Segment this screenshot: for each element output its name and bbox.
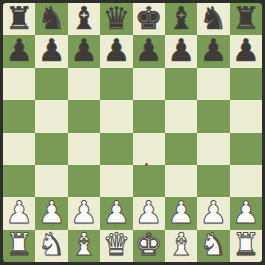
square-h7[interactable]: ♟ bbox=[230, 35, 262, 67]
square-b7[interactable]: ♟ bbox=[35, 35, 67, 67]
piece-white-knight[interactable]: ♞ bbox=[200, 229, 228, 260]
square-h1[interactable]: ♜ bbox=[230, 230, 262, 262]
square-a5[interactable] bbox=[3, 100, 35, 132]
square-e8[interactable]: ♚ bbox=[133, 3, 165, 35]
square-d6[interactable] bbox=[100, 68, 132, 100]
square-e6[interactable] bbox=[133, 68, 165, 100]
square-c5[interactable] bbox=[68, 100, 100, 132]
square-h6[interactable] bbox=[230, 68, 262, 100]
piece-black-bishop[interactable]: ♝ bbox=[167, 3, 195, 34]
square-d3[interactable] bbox=[100, 165, 132, 197]
square-c7[interactable]: ♟ bbox=[68, 35, 100, 67]
square-d1[interactable]: ♛ bbox=[100, 230, 132, 262]
square-e4[interactable] bbox=[133, 133, 165, 165]
piece-black-rook[interactable]: ♜ bbox=[5, 3, 33, 34]
piece-black-pawn[interactable]: ♟ bbox=[200, 35, 228, 66]
square-h5[interactable] bbox=[230, 100, 262, 132]
square-c2[interactable]: ♟ bbox=[68, 197, 100, 229]
piece-white-rook[interactable]: ♜ bbox=[232, 229, 260, 260]
square-f5[interactable] bbox=[165, 100, 197, 132]
square-b1[interactable]: ♞ bbox=[35, 230, 67, 262]
piece-white-bishop[interactable]: ♝ bbox=[70, 229, 98, 260]
square-g8[interactable]: ♞ bbox=[197, 3, 229, 35]
piece-black-pawn[interactable]: ♟ bbox=[38, 35, 66, 66]
square-c6[interactable] bbox=[68, 68, 100, 100]
square-g6[interactable] bbox=[197, 68, 229, 100]
piece-white-queen[interactable]: ♛ bbox=[102, 229, 130, 260]
piece-white-pawn[interactable]: ♟ bbox=[135, 197, 163, 228]
square-d2[interactable]: ♟ bbox=[100, 197, 132, 229]
square-g4[interactable] bbox=[197, 133, 229, 165]
piece-black-knight[interactable]: ♞ bbox=[38, 3, 66, 34]
chess-board-frame: ♜♞♝♛♚♝♞♜♟♟♟♟♟♟♟♟♟♟♟♟♟♟♟♟♜♞♝♛♚♝♞♜ bbox=[0, 0, 265, 265]
square-e2[interactable]: ♟ bbox=[133, 197, 165, 229]
square-h3[interactable] bbox=[230, 165, 262, 197]
square-f8[interactable]: ♝ bbox=[165, 3, 197, 35]
square-a4[interactable] bbox=[3, 133, 35, 165]
square-b8[interactable]: ♞ bbox=[35, 3, 67, 35]
square-f6[interactable] bbox=[165, 68, 197, 100]
square-h4[interactable] bbox=[230, 133, 262, 165]
piece-white-pawn[interactable]: ♟ bbox=[38, 197, 66, 228]
square-a3[interactable] bbox=[3, 165, 35, 197]
square-a8[interactable]: ♜ bbox=[3, 3, 35, 35]
piece-black-pawn[interactable]: ♟ bbox=[102, 35, 130, 66]
piece-black-pawn[interactable]: ♟ bbox=[135, 35, 163, 66]
square-h8[interactable]: ♜ bbox=[230, 3, 262, 35]
square-f4[interactable] bbox=[165, 133, 197, 165]
square-b4[interactable] bbox=[35, 133, 67, 165]
piece-white-pawn[interactable]: ♟ bbox=[70, 197, 98, 228]
square-d4[interactable] bbox=[100, 133, 132, 165]
square-f3[interactable] bbox=[165, 165, 197, 197]
square-b6[interactable] bbox=[35, 68, 67, 100]
square-c8[interactable]: ♝ bbox=[68, 3, 100, 35]
piece-white-pawn[interactable]: ♟ bbox=[5, 197, 33, 228]
square-b5[interactable] bbox=[35, 100, 67, 132]
piece-white-king[interactable]: ♚ bbox=[135, 229, 163, 260]
square-d7[interactable]: ♟ bbox=[100, 35, 132, 67]
square-c4[interactable] bbox=[68, 133, 100, 165]
square-a1[interactable]: ♜ bbox=[3, 230, 35, 262]
piece-white-knight[interactable]: ♞ bbox=[38, 229, 66, 260]
piece-black-bishop[interactable]: ♝ bbox=[70, 3, 98, 34]
chess-board: ♜♞♝♛♚♝♞♜♟♟♟♟♟♟♟♟♟♟♟♟♟♟♟♟♜♞♝♛♚♝♞♜ bbox=[3, 3, 262, 262]
piece-white-bishop[interactable]: ♝ bbox=[167, 229, 195, 260]
piece-white-pawn[interactable]: ♟ bbox=[102, 197, 130, 228]
square-b3[interactable] bbox=[35, 165, 67, 197]
piece-black-pawn[interactable]: ♟ bbox=[232, 35, 260, 66]
square-b2[interactable]: ♟ bbox=[35, 197, 67, 229]
square-g7[interactable]: ♟ bbox=[197, 35, 229, 67]
piece-black-rook[interactable]: ♜ bbox=[232, 3, 260, 34]
piece-black-pawn[interactable]: ♟ bbox=[70, 35, 98, 66]
square-f7[interactable]: ♟ bbox=[165, 35, 197, 67]
square-d5[interactable] bbox=[100, 100, 132, 132]
square-a7[interactable]: ♟ bbox=[3, 35, 35, 67]
square-h2[interactable]: ♟ bbox=[230, 197, 262, 229]
piece-black-pawn[interactable]: ♟ bbox=[5, 35, 33, 66]
square-g1[interactable]: ♞ bbox=[197, 230, 229, 262]
piece-black-queen[interactable]: ♛ bbox=[102, 3, 130, 34]
square-f1[interactable]: ♝ bbox=[165, 230, 197, 262]
square-a6[interactable] bbox=[3, 68, 35, 100]
square-e5[interactable] bbox=[133, 100, 165, 132]
square-g3[interactable] bbox=[197, 165, 229, 197]
piece-black-pawn[interactable]: ♟ bbox=[167, 35, 195, 66]
piece-black-king[interactable]: ♚ bbox=[135, 3, 163, 34]
piece-black-knight[interactable]: ♞ bbox=[200, 3, 228, 34]
square-g5[interactable] bbox=[197, 100, 229, 132]
piece-white-pawn[interactable]: ♟ bbox=[200, 197, 228, 228]
piece-white-rook[interactable]: ♜ bbox=[5, 229, 33, 260]
square-c3[interactable] bbox=[68, 165, 100, 197]
square-d8[interactable]: ♛ bbox=[100, 3, 132, 35]
piece-white-pawn[interactable]: ♟ bbox=[232, 197, 260, 228]
square-f2[interactable]: ♟ bbox=[165, 197, 197, 229]
square-a2[interactable]: ♟ bbox=[3, 197, 35, 229]
piece-white-pawn[interactable]: ♟ bbox=[167, 197, 195, 228]
square-g2[interactable]: ♟ bbox=[197, 197, 229, 229]
square-e1[interactable]: ♚ bbox=[133, 230, 165, 262]
square-c1[interactable]: ♝ bbox=[68, 230, 100, 262]
square-e3[interactable] bbox=[133, 165, 165, 197]
square-e7[interactable]: ♟ bbox=[133, 35, 165, 67]
